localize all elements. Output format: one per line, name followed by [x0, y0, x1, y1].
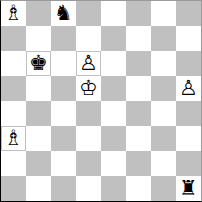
square-d2[interactable]	[76, 151, 101, 176]
square-e4[interactable]	[101, 101, 126, 126]
square-h7[interactable]	[176, 26, 201, 51]
square-c6[interactable]	[51, 51, 76, 76]
square-d6[interactable]: ♙	[76, 51, 101, 76]
square-c2[interactable]	[51, 151, 76, 176]
square-h2[interactable]	[176, 151, 201, 176]
square-e6[interactable]	[101, 51, 126, 76]
square-f6[interactable]	[126, 51, 151, 76]
square-b3[interactable]	[26, 126, 51, 151]
square-d7[interactable]	[76, 26, 101, 51]
square-e1[interactable]	[101, 176, 126, 201]
square-h8[interactable]	[176, 1, 201, 26]
square-d5[interactable]: ♔	[76, 76, 101, 101]
square-d8[interactable]	[76, 1, 101, 26]
white-bishop-piece: ♗	[1, 126, 26, 151]
square-a8[interactable]: ♗	[1, 1, 26, 26]
black-king-piece: ♚	[26, 51, 51, 76]
square-b4[interactable]	[26, 101, 51, 126]
square-h3[interactable]	[176, 126, 201, 151]
square-b7[interactable]	[26, 26, 51, 51]
square-g2[interactable]	[151, 151, 176, 176]
white-bishop-piece: ♗	[1, 1, 26, 26]
square-a4[interactable]	[1, 101, 26, 126]
square-a2[interactable]	[1, 151, 26, 176]
square-c5[interactable]	[51, 76, 76, 101]
square-e5[interactable]	[101, 76, 126, 101]
square-b6[interactable]: ♚	[26, 51, 51, 76]
white-king-piece: ♔	[76, 76, 101, 101]
square-a1[interactable]	[1, 176, 26, 201]
square-h1[interactable]: ♜	[176, 176, 201, 201]
square-f5[interactable]	[126, 76, 151, 101]
white-pawn-piece: ♙	[76, 51, 101, 76]
square-f7[interactable]	[126, 26, 151, 51]
square-g3[interactable]	[151, 126, 176, 151]
square-f4[interactable]	[126, 101, 151, 126]
square-c8[interactable]: ♞	[51, 1, 76, 26]
square-c7[interactable]	[51, 26, 76, 51]
square-e2[interactable]	[101, 151, 126, 176]
square-f3[interactable]	[126, 126, 151, 151]
square-g7[interactable]	[151, 26, 176, 51]
square-d3[interactable]	[76, 126, 101, 151]
square-h6[interactable]	[176, 51, 201, 76]
square-b8[interactable]	[26, 1, 51, 26]
square-a3[interactable]: ♗	[1, 126, 26, 151]
black-rook-piece: ♜	[176, 176, 201, 201]
square-g4[interactable]	[151, 101, 176, 126]
square-d4[interactable]	[76, 101, 101, 126]
chess-board: ♗♞♚♙♔♙♗♜	[0, 0, 202, 202]
square-e7[interactable]	[101, 26, 126, 51]
square-a5[interactable]	[1, 76, 26, 101]
square-b5[interactable]	[26, 76, 51, 101]
black-knight-piece: ♞	[51, 1, 76, 26]
square-f8[interactable]	[126, 1, 151, 26]
square-g5[interactable]	[151, 76, 176, 101]
white-pawn-piece: ♙	[176, 76, 201, 101]
square-d1[interactable]	[76, 176, 101, 201]
square-e8[interactable]	[101, 1, 126, 26]
square-e3[interactable]	[101, 126, 126, 151]
square-c3[interactable]	[51, 126, 76, 151]
square-g1[interactable]	[151, 176, 176, 201]
square-f1[interactable]	[126, 176, 151, 201]
square-b2[interactable]	[26, 151, 51, 176]
square-h5[interactable]: ♙	[176, 76, 201, 101]
square-c1[interactable]	[51, 176, 76, 201]
square-c4[interactable]	[51, 101, 76, 126]
square-b1[interactable]	[26, 176, 51, 201]
square-a7[interactable]	[1, 26, 26, 51]
square-h4[interactable]	[176, 101, 201, 126]
square-f2[interactable]	[126, 151, 151, 176]
square-a6[interactable]	[1, 51, 26, 76]
square-g8[interactable]	[151, 1, 176, 26]
square-g6[interactable]	[151, 51, 176, 76]
